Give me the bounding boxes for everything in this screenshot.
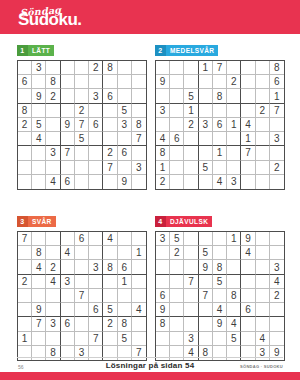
sudoku-cell-r5c1: 2 [18,118,32,132]
sudoku-cell-r8c8 [256,161,270,175]
sudoku-cell-r5c4 [61,289,75,303]
sudoku-cell-r8c7 [241,161,255,175]
sudoku-cell-r7c9 [270,146,284,160]
sudoku-cell-r4c5: 5 [213,275,227,289]
sudoku-cell-r6c5: 4 [213,303,227,317]
sudoku-cell-r6c8 [118,132,132,146]
sudoku-cell-r7c2 [32,146,46,160]
sudoku-cell-r2c6: 2 [227,75,241,89]
sudoku-cell-r3c8 [256,260,270,274]
sudoku-cell-r4c1: 3 [156,104,170,118]
sudoku-cell-r7c6: 4 [227,317,241,331]
puzzle-4-djavulsk: 4 DJÄVULSK 35192549837546782946894354483… [155,210,283,361]
sudoku-cell-r6c9: 4 [132,303,146,317]
sudoku-cell-r2c3 [184,75,198,89]
sudoku-cell-r5c3 [46,118,60,132]
sudoku-cell-r3c1 [156,260,170,274]
sudoku-cell-r2c3 [46,246,60,260]
sudoku-cell-r7c9 [132,317,146,331]
sudoku-cell-r3c4 [199,89,213,103]
sudoku-cell-r1c8 [256,61,270,75]
difficulty-label-medelsvar: 2 MEDELSVÅR [155,45,218,56]
sudoku-cell-r2c7 [241,75,255,89]
sudoku-cell-r3c9: 3 [270,260,284,274]
sudoku-cell-r2c1 [156,246,170,260]
difficulty-name: MEDELSVÅR [166,45,218,56]
sudoku-cell-r5c4: 7 [199,289,213,303]
sudoku-cell-r4c9: 7 [270,104,284,118]
sudoku-cell-r5c9: 2 [270,289,284,303]
sudoku-cell-r7c1 [18,317,32,331]
sudoku-cell-r4c9: 4 [270,275,284,289]
sudoku-cell-r6c9: 7 [132,132,146,146]
sudoku-cell-r8c5 [75,332,89,346]
sudoku-cell-r6c4 [61,132,75,146]
sudoku-cell-r3c5 [75,260,89,274]
sudoku-cell-r8c7 [241,332,255,346]
sudoku-cell-r1c1 [18,61,32,75]
sudoku-grid-1: 3286892368252597638457372673469 [17,60,147,190]
sudoku-cell-r2c6 [89,246,103,260]
sudoku-cell-r8c9: 2 [270,161,284,175]
sudoku-cell-r1c9: 8 [270,61,284,75]
sudoku-cell-r9c8 [256,175,270,189]
sudoku-cell-r4c3 [46,104,60,118]
sudoku-cell-r6c1: 9 [156,303,170,317]
sudoku-cell-r3c5 [75,89,89,103]
sudoku-cell-r1c1: 7 [18,232,32,246]
sudoku-cell-r5c3 [46,289,60,303]
sudoku-cell-r6c3 [184,303,198,317]
sudoku-cell-r8c3 [46,161,60,175]
sudoku-cell-r7c5: 9 [213,317,227,331]
sudoku-cell-r4c2 [32,275,46,289]
sudoku-cell-r5c1 [18,289,32,303]
sudoku-cell-r7c6 [89,317,103,331]
sudoku-cell-r4c7 [241,104,255,118]
sudoku-cell-r1c2 [170,61,184,75]
difficulty-number: 1 [17,45,28,56]
sudoku-cell-r8c2 [170,161,184,175]
sudoku-cell-r9c6 [89,175,103,189]
sudoku-cell-r7c1: 8 [156,317,170,331]
sudoku-cell-r5c8 [256,289,270,303]
sudoku-cell-r5c5: 6 [213,118,227,132]
bottom-red-bar [0,372,300,380]
sudoku-cell-r4c3: 1 [184,104,198,118]
sudoku-cell-r6c5 [213,132,227,146]
sudoku-cell-r5c3 [184,289,198,303]
sudoku-cell-r1c2: 5 [170,232,184,246]
sudoku-cell-r1c4 [61,232,75,246]
sudoku-cell-r4c2 [170,104,184,118]
sudoku-cell-r8c9 [132,332,146,346]
sudoku-cell-r2c5 [75,75,89,89]
sudoku-cell-r4c9 [132,104,146,118]
sudoku-cell-r2c4 [199,75,213,89]
sudoku-cell-r5c6 [89,289,103,303]
sudoku-cell-r4c3: 7 [184,275,198,289]
difficulty-name: SVÅR [28,216,56,227]
sudoku-cell-r1c4: 1 [199,61,213,75]
sudoku-cell-r5c7 [241,289,255,303]
sudoku-cell-r1c5 [75,61,89,75]
sudoku-cell-r4c8: 2 [256,104,270,118]
sudoku-cell-r4c2 [170,275,184,289]
sudoku-cell-r5c2 [170,289,184,303]
sudoku-cell-r4c5 [75,275,89,289]
sudoku-cell-r8c3 [184,161,198,175]
sudoku-cell-r3c1 [18,260,32,274]
sudoku-cell-r9c4: 6 [61,175,75,189]
sudoku-cell-r8c4: 5 [199,161,213,175]
sudoku-cell-r5c9 [270,118,284,132]
sudoku-cell-r6c3 [184,132,198,146]
sudoku-cell-r7c4: 7 [61,146,75,160]
sudoku-cell-r2c8 [118,75,132,89]
sudoku-cell-r3c1 [18,89,32,103]
difficulty-name: DJÄVULSK [166,216,212,227]
sudoku-cell-r6c3 [46,303,60,317]
sudoku-cell-r2c1: 6 [18,75,32,89]
sudoku-cell-r8c4 [61,161,75,175]
sudoku-cell-r6c4 [61,303,75,317]
sudoku-cell-r2c6 [227,246,241,260]
sudoku-cell-r7c3: 3 [46,317,60,331]
sudoku-cell-r5c2 [170,118,184,132]
sudoku-cell-r5c7 [103,289,117,303]
sudoku-cell-r2c6 [89,75,103,89]
sudoku-cell-r5c9 [132,289,146,303]
sudoku-cell-r1c7 [241,61,255,75]
sudoku-cell-r8c8: 5 [118,332,132,346]
sudoku-cell-r5c6: 1 [227,118,241,132]
sudoku-cell-r4c1: 8 [18,104,32,118]
sudoku-cell-r1c1: 3 [156,232,170,246]
sudoku-cell-r4c6 [89,104,103,118]
sudoku-cell-r8c1: 1 [18,332,32,346]
sudoku-cell-r1c5: 6 [75,232,89,246]
sudoku-cell-r3c4 [61,260,75,274]
sudoku-cell-r6c7: 1 [241,132,255,146]
sudoku-cell-r6c1 [18,132,32,146]
sudoku-cell-r9c1: 2 [156,175,170,189]
sudoku-cell-r6c9 [270,303,284,317]
sudoku-cell-r5c7 [103,118,117,132]
sudoku-cell-r8c3: 3 [184,332,198,346]
sudoku-cell-r2c2 [32,75,46,89]
sondag-sudoku-logo: Söndag Sudoku. [0,6,82,29]
sudoku-cell-r3c7 [241,89,255,103]
sudoku-cell-r4c9 [132,275,146,289]
sudoku-cell-r2c8 [256,75,270,89]
sudoku-cell-r4c3: 4 [46,275,60,289]
sudoku-cell-r1c5 [213,232,227,246]
sudoku-cell-r4c6 [227,275,241,289]
sudoku-cell-r8c5 [75,161,89,175]
sudoku-cell-r7c3 [184,146,198,160]
sudoku-cell-r4c8: 5 [118,104,132,118]
sudoku-cell-r8c5 [213,332,227,346]
sudoku-cell-r6c2: 9 [32,303,46,317]
sudoku-cell-r5c3: 2 [184,118,198,132]
sudoku-cell-r1c7: 4 [103,232,117,246]
sudoku-cell-r6c7: 6 [241,303,255,317]
sudoku-cell-r8c2 [32,332,46,346]
sudoku-cell-r5c5: 7 [75,289,89,303]
sudoku-cell-r8c5 [213,161,227,175]
sudoku-grid-3: 7648414238624317965473628175837 [17,231,147,361]
sudoku-cell-r3c7 [241,260,255,274]
sudoku-cell-r4c2 [32,104,46,118]
sudoku-cell-r2c3: 8 [46,75,60,89]
masthead: Söndag Sudoku. [0,0,300,34]
sudoku-cell-r1c6: 2 [89,61,103,75]
sudoku-cell-r2c9: 1 [132,246,146,260]
sudoku-cell-r6c5 [75,303,89,317]
sudoku-cell-r4c4 [199,275,213,289]
sudoku-cell-r6c7: 5 [103,303,117,317]
sudoku-cell-r9c2 [170,175,184,189]
sudoku-cell-r4c4 [61,104,75,118]
sudoku-cell-r8c9 [270,332,284,346]
sudoku-cell-r6c1 [18,303,32,317]
sudoku-cell-r8c8 [118,161,132,175]
sudoku-cell-r4c6 [89,275,103,289]
sudoku-cell-r9c8: 9 [118,175,132,189]
sudoku-cell-r1c7: 8 [103,61,117,75]
sudoku-cell-r4c7 [241,275,255,289]
sudoku-cell-r4c1: 2 [18,275,32,289]
sudoku-cell-r4c8 [256,275,270,289]
sudoku-cell-r7c9 [132,146,146,160]
sudoku-cell-r9c9 [132,175,146,189]
sudoku-grid-2: 1789265813127236144613817152243 [155,60,285,190]
sudoku-cell-r2c7: 4 [241,246,255,260]
sudoku-page: Söndag Sudoku. 1 LÄTT 328689236825259763… [0,0,300,380]
sudoku-cell-r8c1: 1 [156,161,170,175]
sudoku-cell-r1c1 [156,61,170,75]
sudoku-cell-r2c2: 2 [170,246,184,260]
sudoku-cell-r7c1 [18,146,32,160]
sudoku-cell-r1c2 [32,232,46,246]
sudoku-cell-r7c8 [256,146,270,160]
sudoku-cell-r3c9 [132,89,146,103]
sudoku-cell-r2c3 [184,246,198,260]
sudoku-cell-r6c1: 4 [156,132,170,146]
footer-divider [17,357,283,358]
sudoku-cell-r8c6: 5 [227,332,241,346]
sudoku-cell-r9c5 [75,175,89,189]
sudoku-cell-r6c8 [256,303,270,317]
sudoku-cell-r7c1: 8 [156,146,170,160]
sudoku-cell-r2c5 [213,75,227,89]
sudoku-cell-r1c9 [132,61,146,75]
sudoku-cell-r7c8: 6 [118,146,132,160]
sudoku-cell-r2c9 [132,75,146,89]
difficulty-name: LÄTT [28,45,54,56]
sudoku-cell-r2c2 [170,75,184,89]
sudoku-cell-r5c6: 6 [89,118,103,132]
sudoku-cell-r3c6: 3 [89,89,103,103]
sudoku-cell-r8c3 [46,332,60,346]
sudoku-cell-r3c8: 6 [118,260,132,274]
sudoku-cell-r7c2 [170,317,184,331]
sudoku-cell-r6c2: 4 [32,132,46,146]
sudoku-cell-r2c2: 8 [32,246,46,260]
sudoku-cell-r3c8 [256,89,270,103]
sudoku-cell-r4c5: 2 [75,104,89,118]
sudoku-cell-r5c5: 7 [75,118,89,132]
sudoku-cell-r5c8 [118,289,132,303]
difficulty-number: 3 [17,216,28,227]
edition-text: SÖNDAG · SUDOKU [240,364,283,369]
sudoku-cell-r3c6 [227,89,241,103]
sudoku-cell-r6c6: 6 [89,303,103,317]
sudoku-cell-r1c2: 3 [32,61,46,75]
sudoku-cell-r1c6 [89,232,103,246]
sudoku-cell-r6c6 [227,132,241,146]
sudoku-cell-r6c6 [227,303,241,317]
puzzle-1-latt: 1 LÄTT 3286892368252597638457372673469 [17,39,145,190]
sudoku-grid-4: 351925498375467829468943544839 [155,231,285,361]
sudoku-cell-r5c7: 4 [241,118,255,132]
sudoku-cell-r1c3 [46,61,60,75]
difficulty-label-svar: 3 SVÅR [17,216,56,227]
sudoku-cell-r4c7 [103,275,117,289]
sudoku-cell-r7c6 [89,146,103,160]
sudoku-cell-r2c5 [75,246,89,260]
sudoku-cell-r3c6: 3 [89,260,103,274]
sudoku-cell-r3c9 [132,260,146,274]
sudoku-cell-r6c6 [89,132,103,146]
sudoku-cell-r7c3: 3 [46,146,60,160]
sudoku-cell-r8c2 [32,161,46,175]
sudoku-cell-r5c8: 3 [118,118,132,132]
sudoku-cell-r4c6 [227,104,241,118]
sudoku-cell-r8c2 [170,332,184,346]
sudoku-cell-r4c4: 3 [61,275,75,289]
sudoku-cell-r8c9: 3 [132,161,146,175]
sudoku-cell-r2c8 [118,246,132,260]
sudoku-cell-r5c6: 8 [227,289,241,303]
sudoku-cell-r7c5 [75,317,89,331]
sudoku-cell-r6c2: 6 [170,132,184,146]
sudoku-cell-r3c5: 8 [213,89,227,103]
sudoku-cell-r7c2: 7 [32,317,46,331]
sudoku-cell-r3c5: 8 [213,260,227,274]
sudoku-cell-r7c7 [241,317,255,331]
sudoku-cell-r9c7 [241,175,255,189]
sudoku-cell-r5c9: 8 [132,118,146,132]
sudoku-cell-r7c4: 6 [61,317,75,331]
sudoku-cell-r9c4 [199,175,213,189]
sudoku-cell-r3c4: 9 [199,260,213,274]
sudoku-cell-r9c2 [32,175,46,189]
sudoku-cell-r7c4 [199,317,213,331]
sudoku-cell-r7c7: 2 [103,146,117,160]
sudoku-cell-r1c6: 1 [227,232,241,246]
sudoku-cell-r6c7 [103,132,117,146]
sudoku-cell-r3c8 [118,89,132,103]
sudoku-cell-r8c6 [227,161,241,175]
sudoku-cell-r6c5: 5 [75,132,89,146]
sudoku-cell-r9c3: 4 [46,175,60,189]
sudoku-cell-r1c8 [118,61,132,75]
sudoku-cell-r6c2 [170,303,184,317]
sudoku-cell-r5c4: 9 [61,118,75,132]
sudoku-cell-r1c8 [256,232,270,246]
sudoku-cell-r7c5 [75,146,89,160]
sudoku-cell-r4c1 [156,275,170,289]
sudoku-cell-r8c7: 7 [103,161,117,175]
sudoku-cell-r6c4 [199,303,213,317]
sudoku-cell-r5c1 [156,118,170,132]
sudoku-cell-r1c3 [46,232,60,246]
sudoku-cell-r8c1 [156,332,170,346]
sudoku-cell-r1c4 [199,232,213,246]
sudoku-cell-r7c4 [199,146,213,160]
sudoku-cell-r2c4: 5 [199,246,213,260]
sudoku-cell-r9c3 [184,175,198,189]
sudoku-cell-r6c4 [199,132,213,146]
sudoku-cell-r4c5 [213,104,227,118]
sudoku-cell-r9c6: 3 [227,175,241,189]
footer: 56 Lösningar på sidan 54 SÖNDAG · SUDOKU [0,361,300,372]
sudoku-cell-r6c8 [256,132,270,146]
sudoku-cell-r7c5: 1 [213,146,227,160]
sudoku-cell-r2c8 [256,246,270,260]
sudoku-cell-r3c1 [156,89,170,103]
puzzle-3-svar: 3 SVÅR 7648414238624317965473628175837 [17,210,145,361]
sudoku-cell-r8c6: 7 [89,332,103,346]
sudoku-cell-r3c2: 9 [32,89,46,103]
sudoku-cell-r2c4 [61,75,75,89]
sudoku-cell-r1c5: 7 [213,61,227,75]
sudoku-cell-r3c2 [170,260,184,274]
sudoku-cell-r4c8: 1 [118,275,132,289]
sudoku-cell-r9c1 [18,175,32,189]
sudoku-cell-r6c3 [46,132,60,146]
sudoku-cell-r2c4: 4 [61,246,75,260]
sudoku-cell-r7c9 [270,317,284,331]
sudoku-cell-r7c2 [170,146,184,160]
sudoku-cell-r3c6 [227,260,241,274]
sudoku-cell-r5c2: 5 [32,118,46,132]
sudoku-cell-r3c3 [184,260,198,274]
sudoku-cell-r8c6 [89,161,103,175]
sudoku-cell-r2c5 [213,246,227,260]
sudoku-cell-r4c7 [103,104,117,118]
sudoku-cell-r1c9 [270,232,284,246]
sudoku-cell-r3c7: 8 [103,260,117,274]
sudoku-cell-r1c7: 9 [241,232,255,246]
difficulty-number: 4 [155,216,166,227]
sudoku-cell-r7c7: 2 [103,317,117,331]
sudoku-cell-r3c2 [170,89,184,103]
sudoku-cell-r9c5: 4 [213,175,227,189]
sudoku-cell-r3c4 [61,89,75,103]
sudoku-cell-r8c7 [103,332,117,346]
sudoku-cell-r2c7 [103,75,117,89]
sudoku-cell-r5c8 [256,118,270,132]
sudoku-cell-r3c3: 2 [46,260,60,274]
sudoku-cell-r7c8 [256,317,270,331]
difficulty-label-djavulsk: 4 DJÄVULSK [155,216,212,227]
sudoku-cell-r8c8: 4 [256,332,270,346]
sudoku-cell-r3c2: 4 [32,260,46,274]
sudoku-cell-r2c9 [270,246,284,260]
